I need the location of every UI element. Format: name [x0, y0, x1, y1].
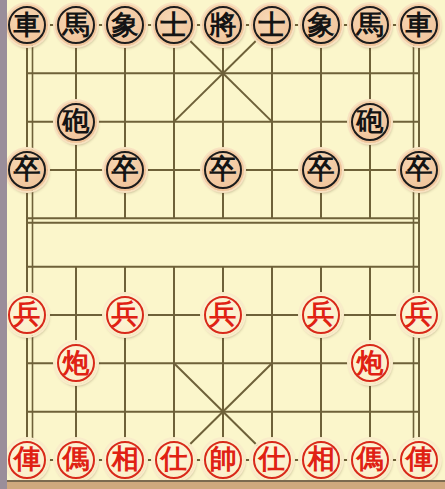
red-soldier-piece[interactable]: 兵: [300, 294, 342, 336]
piece-glyph: 相: [308, 445, 335, 472]
red-chariot-piece[interactable]: 俥: [398, 439, 440, 481]
piece-glyph: 卒: [308, 155, 335, 182]
black-cannon-piece[interactable]: 砲: [349, 101, 391, 143]
black-general-piece[interactable]: 將: [202, 4, 244, 46]
black-advisor-piece[interactable]: 士: [251, 4, 293, 46]
piece-glyph: 仕: [259, 445, 286, 472]
black-soldier-piece[interactable]: 卒: [6, 149, 48, 191]
red-horse-piece[interactable]: 傌: [349, 439, 391, 481]
red-cannon-piece[interactable]: 炮: [349, 342, 391, 384]
bottom-edge-strip: [7, 482, 445, 489]
left-edge-strip: [0, 0, 7, 489]
piece-glyph: 象: [112, 11, 139, 38]
black-soldier-piece[interactable]: 卒: [202, 149, 244, 191]
red-advisor-piece[interactable]: 仕: [153, 439, 195, 481]
piece-glyph: 砲: [357, 107, 384, 134]
black-soldier-piece[interactable]: 卒: [300, 149, 342, 191]
board-grid: [0, 0, 445, 489]
red-horse-piece[interactable]: 傌: [55, 439, 97, 481]
piece-glyph: 兵: [210, 300, 237, 327]
piece-glyph: 帥: [210, 445, 237, 472]
black-elephant-piece[interactable]: 象: [300, 4, 342, 46]
piece-glyph: 炮: [63, 349, 90, 376]
red-soldier-piece[interactable]: 兵: [6, 294, 48, 336]
red-elephant-piece[interactable]: 相: [104, 439, 146, 481]
black-soldier-piece[interactable]: 卒: [398, 149, 440, 191]
piece-glyph: 砲: [63, 107, 90, 134]
piece-glyph: 炮: [357, 349, 384, 376]
red-soldier-piece[interactable]: 兵: [398, 294, 440, 336]
red-general-piece[interactable]: 帥: [202, 439, 244, 481]
black-horse-piece[interactable]: 馬: [349, 4, 391, 46]
piece-glyph: 兵: [14, 300, 41, 327]
piece-glyph: 卒: [210, 155, 237, 182]
piece-glyph: 兵: [308, 300, 335, 327]
red-advisor-piece[interactable]: 仕: [251, 439, 293, 481]
piece-glyph: 傌: [357, 445, 384, 472]
black-chariot-piece[interactable]: 車: [398, 4, 440, 46]
xiangqi-board: 車馬象士將士象馬車砲砲卒卒卒卒卒兵兵兵兵兵炮炮俥傌相仕帥仕相傌俥: [0, 0, 445, 489]
piece-glyph: 兵: [406, 300, 433, 327]
piece-glyph: 俥: [14, 445, 41, 472]
piece-glyph: 將: [210, 11, 237, 38]
piece-glyph: 車: [14, 11, 41, 38]
piece-glyph: 仕: [161, 445, 188, 472]
piece-glyph: 俥: [406, 445, 433, 472]
piece-glyph: 士: [161, 11, 188, 38]
red-cannon-piece[interactable]: 炮: [55, 342, 97, 384]
black-soldier-piece[interactable]: 卒: [104, 149, 146, 191]
red-soldier-piece[interactable]: 兵: [202, 294, 244, 336]
piece-glyph: 傌: [63, 445, 90, 472]
red-elephant-piece[interactable]: 相: [300, 439, 342, 481]
piece-glyph: 士: [259, 11, 286, 38]
red-soldier-piece[interactable]: 兵: [104, 294, 146, 336]
piece-glyph: 卒: [14, 155, 41, 182]
piece-glyph: 馬: [357, 11, 384, 38]
piece-glyph: 相: [112, 445, 139, 472]
red-chariot-piece[interactable]: 俥: [6, 439, 48, 481]
black-advisor-piece[interactable]: 士: [153, 4, 195, 46]
piece-glyph: 馬: [63, 11, 90, 38]
piece-glyph: 卒: [112, 155, 139, 182]
black-horse-piece[interactable]: 馬: [55, 4, 97, 46]
piece-glyph: 車: [406, 11, 433, 38]
piece-glyph: 象: [308, 11, 335, 38]
piece-glyph: 卒: [406, 155, 433, 182]
black-cannon-piece[interactable]: 砲: [55, 101, 97, 143]
black-elephant-piece[interactable]: 象: [104, 4, 146, 46]
piece-glyph: 兵: [112, 300, 139, 327]
black-chariot-piece[interactable]: 車: [6, 4, 48, 46]
